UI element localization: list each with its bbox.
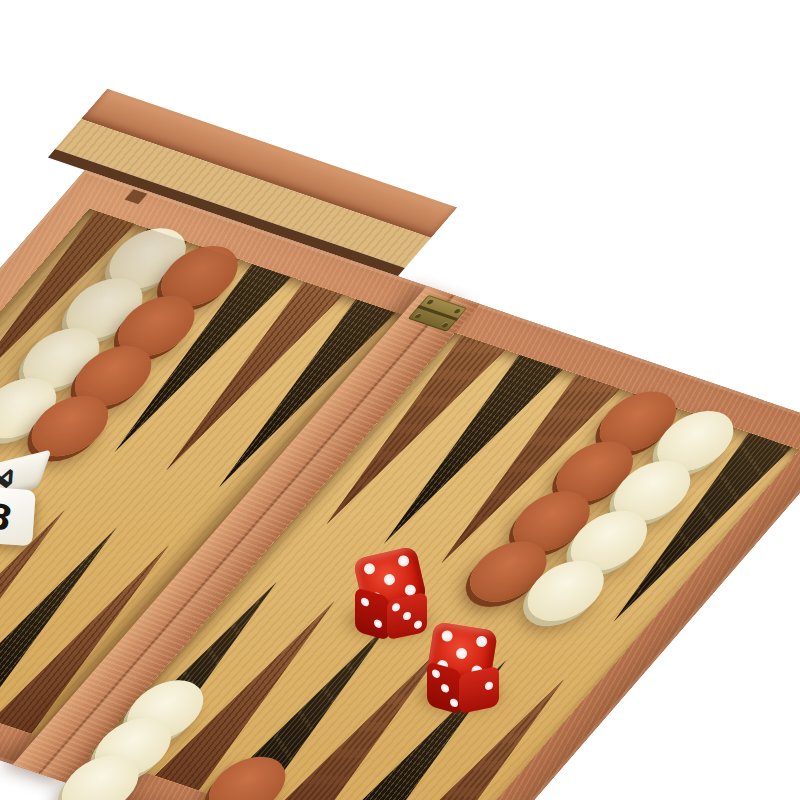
hinge-screw: [453, 308, 462, 314]
brass-hinge: [408, 295, 468, 332]
backgammon-board: [0, 170, 800, 800]
hinge-screw: [426, 299, 435, 305]
doubling-cube: 4 8: [0, 460, 52, 552]
backgammon-photo-scene: 4 8: [0, 0, 800, 800]
die-side-face: [459, 666, 499, 715]
hinge-pin: [417, 305, 458, 321]
hinge-screw: [441, 322, 450, 328]
corner-finger-joint: [125, 189, 148, 204]
doubling-cube-front-face: 8: [0, 486, 36, 546]
die-side-face: [387, 592, 427, 641]
die-2: [424, 626, 504, 714]
hinge-screw: [414, 313, 423, 319]
cube-number-8: 8: [0, 495, 16, 539]
die-1: [352, 552, 432, 640]
